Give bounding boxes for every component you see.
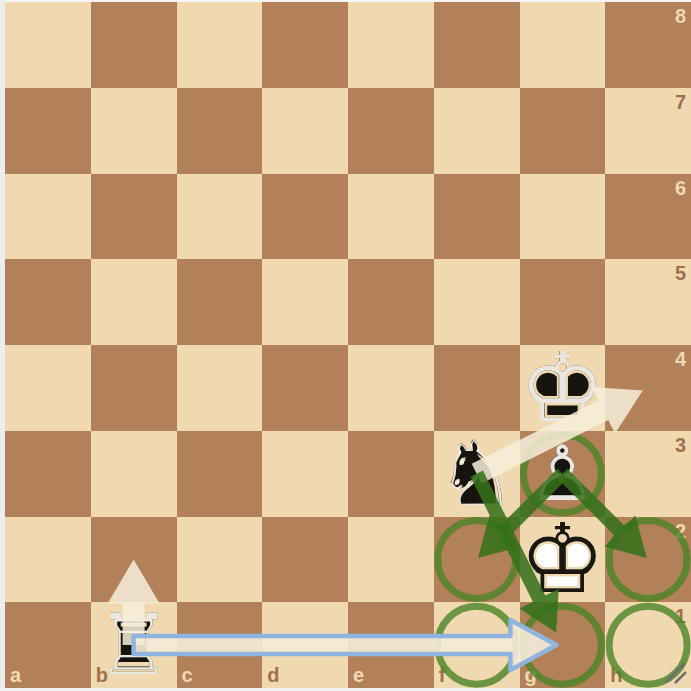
square-c3[interactable]	[177, 431, 263, 517]
square-a8[interactable]	[5, 2, 91, 88]
file-label-f: f	[439, 665, 446, 685]
square-e1[interactable]: e	[348, 602, 434, 688]
square-a2[interactable]	[5, 517, 91, 603]
rank-label-4: 4	[675, 349, 686, 369]
rank-label-1: 1	[675, 606, 686, 626]
square-a7[interactable]	[5, 88, 91, 174]
page-margin-left	[0, 0, 5, 691]
rank-label-5: 5	[675, 263, 686, 283]
square-h8[interactable]: 8	[605, 2, 691, 88]
rank-label-8: 8	[675, 6, 686, 26]
black-rook-outline-glyph: ♖	[91, 602, 177, 688]
file-label-c: c	[182, 665, 193, 685]
square-c1[interactable]: c	[177, 602, 263, 688]
square-g1[interactable]: g	[520, 602, 606, 688]
square-h7[interactable]: 7	[605, 88, 691, 174]
square-a6[interactable]	[5, 174, 91, 260]
square-d6[interactable]	[262, 174, 348, 260]
piece-white-king-g2[interactable]: ♚♔	[520, 517, 606, 603]
square-b2[interactable]	[91, 517, 177, 603]
square-f7[interactable]	[434, 88, 520, 174]
square-e6[interactable]	[348, 174, 434, 260]
square-h6[interactable]: 6	[605, 174, 691, 260]
square-c4[interactable]	[177, 345, 263, 431]
square-a3[interactable]	[5, 431, 91, 517]
piece-black-king-g4[interactable]: ♚♔	[520, 345, 606, 431]
square-c2[interactable]	[177, 517, 263, 603]
square-d8[interactable]	[262, 2, 348, 88]
square-c8[interactable]	[177, 2, 263, 88]
square-d4[interactable]	[262, 345, 348, 431]
square-d3[interactable]	[262, 431, 348, 517]
square-d7[interactable]	[262, 88, 348, 174]
square-b8[interactable]	[91, 2, 177, 88]
square-f6[interactable]	[434, 174, 520, 260]
square-b5[interactable]	[91, 259, 177, 345]
file-label-g: g	[525, 665, 537, 685]
square-a4[interactable]	[5, 345, 91, 431]
black-knight-outline-glyph: ♘	[434, 431, 520, 517]
file-label-a: a	[10, 665, 21, 685]
square-b7[interactable]	[91, 88, 177, 174]
square-g8[interactable]	[520, 2, 606, 88]
square-g6[interactable]	[520, 174, 606, 260]
square-e2[interactable]	[348, 517, 434, 603]
square-d2[interactable]	[262, 517, 348, 603]
rank-label-3: 3	[675, 435, 686, 455]
black-king-outline-glyph: ♔	[520, 345, 606, 431]
rank-label-6: 6	[675, 178, 686, 198]
square-e7[interactable]	[348, 88, 434, 174]
square-d1[interactable]: d	[262, 602, 348, 688]
square-h3[interactable]: 3	[605, 431, 691, 517]
square-a1[interactable]: a	[5, 602, 91, 688]
file-label-d: d	[267, 665, 279, 685]
square-e8[interactable]	[348, 2, 434, 88]
square-g7[interactable]	[520, 88, 606, 174]
rank-label-7: 7	[675, 92, 686, 112]
square-e5[interactable]	[348, 259, 434, 345]
square-f8[interactable]	[434, 2, 520, 88]
square-c7[interactable]	[177, 88, 263, 174]
square-d5[interactable]	[262, 259, 348, 345]
rank-label-2: 2	[675, 521, 686, 541]
square-f5[interactable]	[434, 259, 520, 345]
square-e3[interactable]	[348, 431, 434, 517]
square-b6[interactable]	[91, 174, 177, 260]
square-b3[interactable]	[91, 431, 177, 517]
square-h5[interactable]: 5	[605, 259, 691, 345]
chess-board: 8765432abcdefg1h♚♔♞♘♟♙♚♔♜♖	[5, 2, 691, 688]
square-e4[interactable]	[348, 345, 434, 431]
file-label-e: e	[353, 665, 364, 685]
piece-black-rook-b1[interactable]: ♜♖	[91, 602, 177, 688]
square-f2[interactable]	[434, 517, 520, 603]
page: 8765432abcdefg1h♚♔♞♘♟♙♚♔♜♖	[0, 0, 691, 691]
square-f4[interactable]	[434, 345, 520, 431]
square-c6[interactable]	[177, 174, 263, 260]
square-c5[interactable]	[177, 259, 263, 345]
square-b4[interactable]	[91, 345, 177, 431]
square-f1[interactable]: f	[434, 602, 520, 688]
square-a5[interactable]	[5, 259, 91, 345]
piece-black-knight-f3[interactable]: ♞♘	[434, 431, 520, 517]
square-h4[interactable]: 4	[605, 345, 691, 431]
file-label-h: h	[610, 665, 622, 685]
square-h1[interactable]: 1h	[605, 602, 691, 688]
white-king-outline-glyph: ♔	[520, 517, 606, 603]
square-h2[interactable]: 2	[605, 517, 691, 603]
